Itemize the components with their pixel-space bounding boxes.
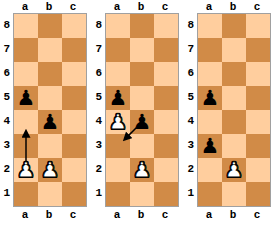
square-a5: ♟ <box>198 86 222 110</box>
square-a3: ♟ <box>198 134 222 158</box>
square-b2: ♟ <box>130 158 154 182</box>
white-pawn: ♟ <box>225 158 244 182</box>
square-a6 <box>14 62 38 86</box>
file-label-c: c <box>245 210 269 221</box>
square-b6 <box>130 62 154 86</box>
rank-label-1: 1 <box>0 181 13 205</box>
rank-label-1: 1 <box>92 181 105 205</box>
rank-label-2: 2 <box>92 157 105 181</box>
square-a7 <box>198 38 222 62</box>
square-a2 <box>198 158 222 182</box>
square-c7 <box>62 38 86 62</box>
white-pawn: ♟ <box>133 158 152 182</box>
square-b2: ♟ <box>38 158 62 182</box>
square-b2: ♟ <box>222 158 246 182</box>
square-a3 <box>106 134 130 158</box>
square-c5 <box>246 86 270 110</box>
square-b7 <box>222 38 246 62</box>
white-pawn: ♟ <box>109 110 128 134</box>
file-label-b: b <box>221 210 245 221</box>
square-c7 <box>246 38 270 62</box>
square-c1 <box>246 182 270 206</box>
square-c5 <box>154 86 178 110</box>
file-labels-bottom: abc <box>105 207 184 225</box>
file-label-b: b <box>37 210 61 221</box>
black-pawn: ♟ <box>17 86 36 110</box>
file-labels-bottom: abc <box>13 207 92 225</box>
file-labels-top: abc <box>197 0 275 13</box>
square-a7 <box>106 38 130 62</box>
file-label-a: a <box>197 210 221 221</box>
square-c8 <box>62 14 86 38</box>
square-b7 <box>38 38 62 62</box>
square-b8 <box>130 14 154 38</box>
file-label-c: c <box>153 210 177 221</box>
file-label-a: a <box>105 210 129 221</box>
rank-label-7: 7 <box>92 37 105 61</box>
square-a2 <box>106 158 130 182</box>
square-c3 <box>154 134 178 158</box>
white-pawn: ♟ <box>17 158 36 182</box>
file-label-c: c <box>153 2 177 13</box>
rank-labels: 87654321 <box>92 13 105 207</box>
square-b1 <box>222 182 246 206</box>
rank-labels: 87654321 <box>184 13 197 207</box>
rank-label-2: 2 <box>0 157 13 181</box>
rank-label-4: 4 <box>184 109 197 133</box>
square-c3 <box>246 134 270 158</box>
file-label-a: a <box>197 2 221 13</box>
file-label-a: a <box>13 210 37 221</box>
rank-label-6: 6 <box>184 61 197 85</box>
square-c2 <box>154 158 178 182</box>
square-c7 <box>154 38 178 62</box>
file-label-a: a <box>105 2 129 13</box>
rank-label-3: 3 <box>92 133 105 157</box>
file-label-b: b <box>221 2 245 13</box>
square-a4 <box>14 110 38 134</box>
rank-label-7: 7 <box>0 37 13 61</box>
square-a2: ♟ <box>14 158 38 182</box>
rank-label-5: 5 <box>92 85 105 109</box>
square-c6 <box>154 62 178 86</box>
square-c2 <box>246 158 270 182</box>
square-a1 <box>106 182 130 206</box>
square-c8 <box>246 14 270 38</box>
chess-diagram-2: abc87654321♟♟♟♟abc <box>92 0 184 225</box>
black-pawn: ♟ <box>201 134 220 158</box>
square-c4 <box>154 110 178 134</box>
rank-label-4: 4 <box>92 109 105 133</box>
square-a7 <box>14 38 38 62</box>
chess-board: ♟♟♟♟ <box>13 13 87 207</box>
square-c4 <box>62 110 86 134</box>
rank-label-2: 2 <box>184 157 197 181</box>
square-b5 <box>222 86 246 110</box>
rank-label-6: 6 <box>0 61 13 85</box>
square-c1 <box>62 182 86 206</box>
chess-diagrams: abc87654321♟♟♟♟abcabc87654321♟♟♟♟abcabc8… <box>0 0 275 225</box>
rank-label-3: 3 <box>0 133 13 157</box>
square-b8 <box>222 14 246 38</box>
square-c5 <box>62 86 86 110</box>
file-label-b: b <box>129 210 153 221</box>
square-a4: ♟ <box>106 110 130 134</box>
file-label-c: c <box>61 210 85 221</box>
square-b4 <box>222 110 246 134</box>
square-c8 <box>154 14 178 38</box>
square-a3 <box>14 134 38 158</box>
rank-label-1: 1 <box>184 181 197 205</box>
square-b3 <box>38 134 62 158</box>
square-b6 <box>222 62 246 86</box>
square-c3 <box>62 134 86 158</box>
black-pawn: ♟ <box>41 110 60 134</box>
square-a8 <box>198 14 222 38</box>
rank-label-8: 8 <box>92 13 105 37</box>
square-c6 <box>62 62 86 86</box>
square-b1 <box>38 182 62 206</box>
square-a6 <box>198 62 222 86</box>
file-label-b: b <box>129 2 153 13</box>
rank-labels: 87654321 <box>0 13 13 207</box>
square-a1 <box>198 182 222 206</box>
square-b3 <box>130 134 154 158</box>
square-c2 <box>62 158 86 182</box>
file-labels-top: abc <box>13 0 92 13</box>
square-b5 <box>38 86 62 110</box>
rank-label-3: 3 <box>184 133 197 157</box>
square-b8 <box>38 14 62 38</box>
rank-label-5: 5 <box>184 85 197 109</box>
square-a5: ♟ <box>106 86 130 110</box>
square-b1 <box>130 182 154 206</box>
square-c1 <box>154 182 178 206</box>
file-labels-top: abc <box>105 0 184 13</box>
chess-board: ♟♟♟ <box>197 13 271 207</box>
chess-diagram-1: abc87654321♟♟♟♟abc <box>0 0 92 225</box>
file-label-c: c <box>245 2 269 13</box>
rank-label-8: 8 <box>184 13 197 37</box>
square-b6 <box>38 62 62 86</box>
square-b5 <box>130 86 154 110</box>
chess-diagram-3: abc87654321♟♟♟abc <box>184 0 275 225</box>
rank-label-8: 8 <box>0 13 13 37</box>
rank-label-5: 5 <box>0 85 13 109</box>
white-pawn: ♟ <box>41 158 60 182</box>
square-a1 <box>14 182 38 206</box>
square-b4: ♟ <box>130 110 154 134</box>
rank-label-4: 4 <box>0 109 13 133</box>
rank-label-6: 6 <box>92 61 105 85</box>
file-label-b: b <box>37 2 61 13</box>
square-c4 <box>246 110 270 134</box>
file-labels-bottom: abc <box>197 207 275 225</box>
black-pawn: ♟ <box>133 110 152 134</box>
chess-board: ♟♟♟♟ <box>105 13 179 207</box>
file-label-c: c <box>61 2 85 13</box>
square-a4 <box>198 110 222 134</box>
square-a6 <box>106 62 130 86</box>
square-a8 <box>14 14 38 38</box>
square-a5: ♟ <box>14 86 38 110</box>
file-label-a: a <box>13 2 37 13</box>
square-b3 <box>222 134 246 158</box>
square-c6 <box>246 62 270 86</box>
black-pawn: ♟ <box>201 86 220 110</box>
square-b4: ♟ <box>38 110 62 134</box>
black-pawn: ♟ <box>109 86 128 110</box>
rank-label-7: 7 <box>184 37 197 61</box>
square-a8 <box>106 14 130 38</box>
square-b7 <box>130 38 154 62</box>
